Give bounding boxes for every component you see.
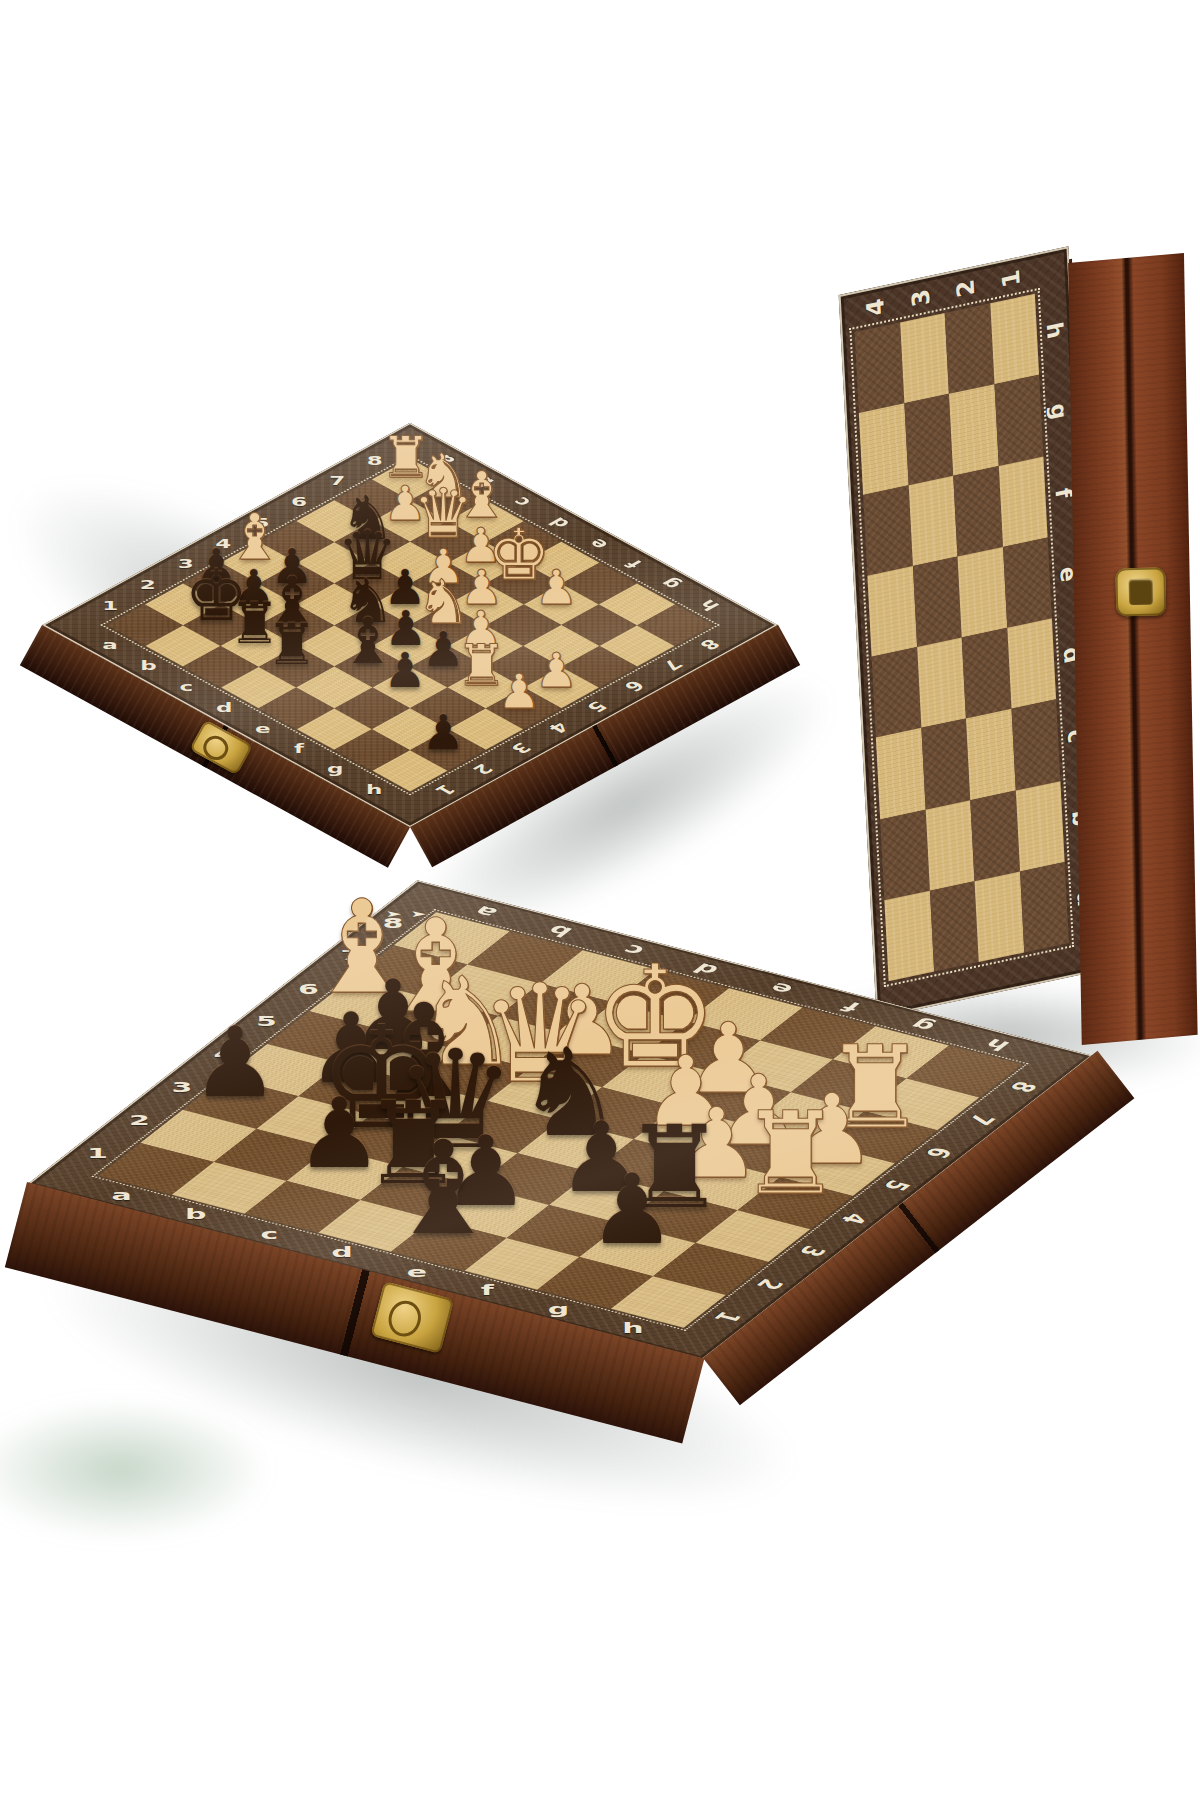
- coordinate-label: g: [656, 576, 686, 593]
- box-square: [974, 871, 1023, 962]
- product-photo-stage: 4321 hgfedcba abcdefghabcdefgh8765432187…: [0, 0, 1200, 1800]
- coordinate-label: b: [186, 1207, 207, 1223]
- white-pawn: ♟: [497, 667, 540, 715]
- coordinate-label: 1: [430, 782, 460, 798]
- coordinate-label: g: [327, 761, 343, 775]
- coordinate-label: c: [261, 1226, 279, 1242]
- coordinate-label: 4: [862, 296, 891, 319]
- box-square: [855, 323, 904, 414]
- coordinate-label: 7: [960, 1112, 1001, 1128]
- brass-latch-icon[interactable]: [370, 1281, 454, 1353]
- coordinate-label: 2: [749, 1276, 790, 1292]
- black-pawn: ♟: [384, 646, 427, 694]
- white-rook: ♜: [739, 1097, 841, 1211]
- box-square: [921, 719, 970, 810]
- black-pawn: ♟: [589, 1161, 676, 1258]
- coordinate-label: 6: [291, 494, 307, 508]
- box-square: [929, 881, 978, 972]
- box-square: [962, 628, 1011, 719]
- fold-arrow-icon: ➤➤: [385, 908, 435, 919]
- black-pawn: ♟: [192, 1014, 279, 1111]
- box-square: [970, 790, 1019, 881]
- coordinate-label: 5: [876, 1177, 917, 1193]
- box-square: [917, 638, 966, 729]
- coordinate-label: a: [102, 637, 118, 651]
- coordinate-label: d: [216, 700, 232, 714]
- coordinate-label: h: [979, 1035, 1015, 1053]
- box-square: [859, 404, 908, 495]
- box-square: [867, 566, 916, 657]
- coordinate-label: 1: [997, 267, 1026, 290]
- coordinate-label: 2: [468, 761, 498, 777]
- black-rook: ♜: [266, 616, 317, 673]
- white-pawn: ♟: [535, 646, 578, 694]
- coordinate-label: 5: [582, 699, 612, 715]
- box-square: [1007, 618, 1056, 709]
- coordinate-label: 8: [695, 636, 725, 652]
- coordinate-label: 3: [791, 1243, 832, 1259]
- box-square: [884, 891, 933, 982]
- box-square: [945, 303, 994, 394]
- black-bishop: ♝: [386, 1124, 502, 1253]
- coordinate-label: f: [621, 557, 646, 571]
- box-square: [904, 394, 953, 485]
- folded-box-front-face: 4321 hgfedcba: [839, 246, 1107, 1018]
- coordinate-label: f: [481, 1282, 494, 1298]
- coordinate-label: a: [112, 1187, 132, 1203]
- box-square: [957, 547, 1006, 638]
- coordinate-label: 1: [86, 1145, 107, 1161]
- coordinate-label: c: [508, 494, 536, 509]
- box-square: [1011, 699, 1060, 790]
- box-square: [998, 456, 1047, 547]
- coordinate-label: 3: [506, 740, 536, 756]
- coordinate-label: e: [255, 721, 271, 735]
- black-pawn: ♟: [422, 708, 465, 756]
- box-square: [966, 709, 1015, 800]
- coordinate-label: b: [140, 658, 156, 672]
- coordinate-label: e: [583, 536, 612, 552]
- coordinate-label: 2: [129, 1113, 150, 1129]
- coordinate-label: g: [548, 1301, 569, 1317]
- box-square: [900, 313, 949, 404]
- coordinate-label: 3: [907, 286, 936, 309]
- box-square: [880, 809, 929, 900]
- box-square: [953, 466, 1002, 557]
- box-square: [994, 375, 1043, 466]
- folded-box-mahogany-side: [1068, 253, 1197, 1045]
- coordinate-label: 6: [619, 678, 649, 694]
- box-square: [925, 800, 974, 891]
- box-square: [1003, 537, 1052, 628]
- box-square: [876, 728, 925, 819]
- coordinate-label: 2: [140, 578, 156, 592]
- coordinate-label: 7: [657, 657, 687, 673]
- box-square: [1020, 862, 1069, 953]
- folded-box-checker-pattern: [855, 294, 1069, 981]
- shadow: [0, 1400, 270, 1540]
- folded-box: 4321 hgfedcba: [838, 249, 1200, 1067]
- coordinate-label: h: [366, 783, 382, 797]
- coordinate-label: f: [294, 741, 304, 755]
- box-square: [949, 385, 998, 476]
- brass-clasp-icon[interactable]: [1115, 567, 1166, 616]
- coordinate-label: b: [542, 922, 578, 940]
- box-square: [912, 556, 961, 647]
- coordinate-label: h: [1042, 320, 1068, 341]
- coordinate-label: 1: [102, 598, 118, 612]
- coordinate-label: 1: [707, 1309, 748, 1325]
- coordinate-label: h: [695, 597, 725, 613]
- box-square: [1015, 781, 1064, 872]
- coordinate-label: e: [407, 1264, 427, 1280]
- coordinate-label: 8: [1003, 1079, 1044, 1095]
- coordinate-label: c: [180, 679, 194, 693]
- box-square: [863, 485, 912, 576]
- coordinate-label: d: [332, 1245, 353, 1261]
- coordinate-label: 2: [952, 277, 981, 300]
- coordinate-label: g: [1046, 401, 1072, 422]
- coordinate-label: f: [837, 998, 866, 1015]
- coordinate-label: e: [763, 979, 798, 997]
- coordinate-label: 3: [171, 1080, 192, 1096]
- coordinate-label: 4: [544, 719, 574, 735]
- box-square: [872, 647, 921, 738]
- box-square: [908, 475, 957, 566]
- coordinate-label: h: [623, 1320, 644, 1336]
- box-square: [990, 294, 1039, 385]
- white-pawn: ♟: [535, 563, 578, 611]
